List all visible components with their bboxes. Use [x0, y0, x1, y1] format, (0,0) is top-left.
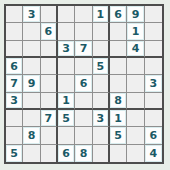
cell-r4c2[interactable] — [23, 58, 40, 75]
cell-r4c6[interactable]: 5 — [93, 58, 110, 75]
cell-r3c5[interactable]: 7 — [75, 41, 92, 58]
given-digit: 1 — [97, 9, 105, 20]
cell-r1c9[interactable] — [145, 6, 162, 23]
cell-r9c9[interactable]: 4 — [145, 145, 162, 162]
given-digit: 3 — [28, 9, 36, 20]
cell-r5c5[interactable]: 6 — [75, 75, 92, 92]
given-digit: 4 — [132, 43, 140, 54]
cell-r8c4[interactable] — [58, 127, 75, 144]
cell-r1c5[interactable] — [75, 6, 92, 23]
cell-r4c8[interactable] — [127, 58, 144, 75]
cell-r5c2[interactable]: 9 — [23, 75, 40, 92]
cell-r8c1[interactable] — [6, 127, 23, 144]
cell-r2c1[interactable] — [6, 23, 23, 40]
cell-r9c3[interactable] — [41, 145, 58, 162]
given-digit: 9 — [132, 9, 140, 20]
cell-r4c4[interactable] — [58, 58, 75, 75]
cell-r9c7[interactable] — [110, 145, 127, 162]
given-digit: 6 — [150, 130, 158, 141]
cell-r5c4[interactable] — [58, 75, 75, 92]
cell-r4c1[interactable]: 6 — [6, 58, 23, 75]
cell-r6c5[interactable] — [75, 93, 92, 110]
cell-r9c2[interactable] — [23, 145, 40, 162]
given-digit: 5 — [62, 113, 70, 124]
given-digit: 1 — [62, 95, 70, 106]
cell-r8c6[interactable] — [93, 127, 110, 144]
cell-r6c1[interactable]: 3 — [6, 93, 23, 110]
given-digit: 6 — [10, 61, 18, 72]
cell-r8c3[interactable] — [41, 127, 58, 144]
cell-r3c6[interactable] — [93, 41, 110, 58]
given-digit: 7 — [80, 43, 88, 54]
cell-r2c9[interactable] — [145, 23, 162, 40]
cell-r6c7[interactable]: 8 — [110, 93, 127, 110]
cell-r7c3[interactable]: 7 — [41, 110, 58, 127]
cell-r7c9[interactable] — [145, 110, 162, 127]
cell-r5c9[interactable]: 3 — [145, 75, 162, 92]
given-digit: 3 — [62, 43, 70, 54]
given-digit: 7 — [45, 113, 53, 124]
cell-r5c6[interactable] — [93, 75, 110, 92]
cell-r1c8[interactable]: 9 — [127, 6, 144, 23]
cell-r1c7[interactable]: 6 — [110, 6, 127, 23]
cell-r1c3[interactable] — [41, 6, 58, 23]
cell-r5c8[interactable] — [127, 75, 144, 92]
cell-r3c1[interactable] — [6, 41, 23, 58]
cell-r7c7[interactable]: 1 — [110, 110, 127, 127]
cell-r7c6[interactable]: 3 — [93, 110, 110, 127]
cell-r6c3[interactable] — [41, 93, 58, 110]
cell-r8c7[interactable]: 5 — [110, 127, 127, 144]
cell-r3c7[interactable] — [110, 41, 127, 58]
sudoku-board: 31696137465796331875318565684 — [4, 4, 164, 164]
cell-r2c4[interactable] — [58, 23, 75, 40]
cell-r3c2[interactable] — [23, 41, 40, 58]
given-digit: 6 — [80, 78, 88, 89]
given-digit: 3 — [97, 113, 105, 124]
cell-r2c3[interactable]: 6 — [41, 23, 58, 40]
cell-r1c2[interactable]: 3 — [23, 6, 40, 23]
cell-r5c7[interactable] — [110, 75, 127, 92]
cell-r6c9[interactable] — [145, 93, 162, 110]
given-digit: 6 — [45, 26, 53, 37]
given-digit: 1 — [114, 113, 122, 124]
given-digit: 5 — [97, 61, 105, 72]
given-digit: 5 — [10, 148, 18, 159]
cell-r1c1[interactable] — [6, 6, 23, 23]
cell-r1c4[interactable] — [58, 6, 75, 23]
cell-r7c4[interactable]: 5 — [58, 110, 75, 127]
given-digit: 5 — [114, 130, 122, 141]
cell-r9c5[interactable]: 8 — [75, 145, 92, 162]
cell-r7c8[interactable] — [127, 110, 144, 127]
cell-r9c4[interactable]: 6 — [58, 145, 75, 162]
cell-r3c4[interactable]: 3 — [58, 41, 75, 58]
cell-r2c8[interactable]: 1 — [127, 23, 144, 40]
cell-r6c8[interactable] — [127, 93, 144, 110]
cell-r4c7[interactable] — [110, 58, 127, 75]
cell-r6c4[interactable]: 1 — [58, 93, 75, 110]
cell-r9c8[interactable] — [127, 145, 144, 162]
given-digit: 3 — [10, 95, 18, 106]
cell-r9c6[interactable] — [93, 145, 110, 162]
given-digit: 6 — [62, 148, 70, 159]
cell-r2c6[interactable] — [93, 23, 110, 40]
cell-r7c1[interactable] — [6, 110, 23, 127]
cell-r3c8[interactable]: 4 — [127, 41, 144, 58]
page: 31696137465796331875318565684 — [0, 0, 170, 170]
cell-r4c9[interactable] — [145, 58, 162, 75]
cell-r1c6[interactable]: 1 — [93, 6, 110, 23]
given-digit: 8 — [114, 95, 122, 106]
given-digit: 6 — [114, 9, 122, 20]
cell-r2c5[interactable] — [75, 23, 92, 40]
given-digit: 8 — [28, 130, 36, 141]
cell-r3c9[interactable] — [145, 41, 162, 58]
cell-r9c1[interactable]: 5 — [6, 145, 23, 162]
cell-r4c3[interactable] — [41, 58, 58, 75]
cell-r6c2[interactable] — [23, 93, 40, 110]
given-digit: 9 — [28, 78, 36, 89]
given-digit: 3 — [150, 78, 158, 89]
cell-r7c2[interactable] — [23, 110, 40, 127]
cell-r8c2[interactable]: 8 — [23, 127, 40, 144]
cell-r2c2[interactable] — [23, 23, 40, 40]
cell-r8c8[interactable] — [127, 127, 144, 144]
cell-r8c5[interactable] — [75, 127, 92, 144]
cell-r3c3[interactable] — [41, 41, 58, 58]
cell-r5c1[interactable]: 7 — [6, 75, 23, 92]
given-digit: 8 — [80, 148, 88, 159]
given-digit: 1 — [132, 26, 140, 37]
given-digit: 7 — [10, 78, 18, 89]
cell-r7c5[interactable] — [75, 110, 92, 127]
given-digit: 4 — [150, 148, 158, 159]
cell-r6c6[interactable] — [93, 93, 110, 110]
cell-r5c3[interactable] — [41, 75, 58, 92]
cell-r4c5[interactable] — [75, 58, 92, 75]
cell-r2c7[interactable] — [110, 23, 127, 40]
cell-r8c9[interactable]: 6 — [145, 127, 162, 144]
